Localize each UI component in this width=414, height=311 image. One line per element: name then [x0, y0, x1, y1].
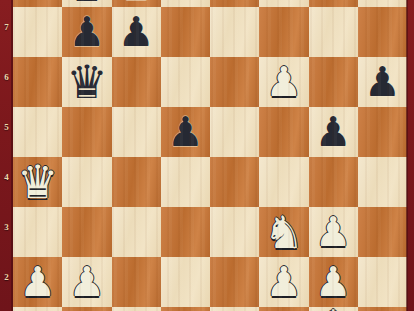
rank-label-3: 3 [1, 222, 12, 233]
square-d4 [161, 157, 210, 207]
square-d6 [161, 57, 210, 107]
frame-seam-right [406, 0, 408, 311]
square-b7: ♟ [62, 7, 111, 57]
square-c5 [112, 107, 161, 157]
black-pawn-c7: ♟ [112, 7, 161, 57]
square-h7 [358, 7, 407, 57]
square-g1: ♚ [309, 307, 358, 311]
square-c8: ♝ [112, 0, 161, 7]
square-d7 [161, 7, 210, 57]
chess-board: ♚♝♟♟♛♟♟♟♟♛♞♟♟♟♟♟♚ [13, 0, 407, 311]
square-d1 [161, 307, 210, 311]
square-b8: ♚ [62, 0, 111, 7]
square-f6: ♟ [259, 57, 308, 107]
black-pawn-g5: ♟ [309, 107, 358, 157]
black-queen-b6: ♛ [62, 57, 111, 107]
square-c6 [112, 57, 161, 107]
square-c2 [112, 257, 161, 307]
chess-diagram: ♚♝♟♟♛♟♟♟♟♛♞♟♟♟♟♟♚ 765432 [0, 0, 414, 311]
white-pawn-f2: ♟ [259, 257, 308, 307]
square-f1 [259, 307, 308, 311]
square-f7 [259, 7, 308, 57]
square-e8 [210, 0, 259, 7]
square-b1 [62, 307, 111, 311]
board-window: ♚♝♟♟♛♟♟♟♟♛♞♟♟♟♟♟♚ [13, 0, 407, 311]
square-h2 [358, 257, 407, 307]
square-a1 [13, 307, 62, 311]
white-pawn-b2: ♟ [62, 257, 111, 307]
white-pawn-a2: ♟ [13, 257, 62, 307]
black-pawn-d5: ♟ [161, 107, 210, 157]
square-a5 [13, 107, 62, 157]
square-b5 [62, 107, 111, 157]
square-f4 [259, 157, 308, 207]
square-a2: ♟ [13, 257, 62, 307]
white-queen-a4: ♛ [13, 157, 62, 207]
square-d2 [161, 257, 210, 307]
square-f8 [259, 0, 308, 7]
square-e1 [210, 307, 259, 311]
white-pawn-f6: ♟ [259, 57, 308, 107]
square-g4 [309, 157, 358, 207]
frame-seam-left [11, 0, 13, 311]
black-pawn-h6: ♟ [358, 57, 407, 107]
square-e5 [210, 107, 259, 157]
square-b3 [62, 207, 111, 257]
square-h4 [358, 157, 407, 207]
square-c3 [112, 207, 161, 257]
square-b2: ♟ [62, 257, 111, 307]
square-h3 [358, 207, 407, 257]
square-h5 [358, 107, 407, 157]
square-a7 [13, 7, 62, 57]
square-f2: ♟ [259, 257, 308, 307]
square-a6 [13, 57, 62, 107]
rank-label-4: 4 [1, 172, 12, 183]
square-h1 [358, 307, 407, 311]
square-g7 [309, 7, 358, 57]
square-f5 [259, 107, 308, 157]
rank-label-5: 5 [1, 122, 12, 133]
white-pawn-g3: ♟ [309, 207, 358, 257]
square-d8 [161, 0, 210, 7]
square-b6: ♛ [62, 57, 111, 107]
square-e6 [210, 57, 259, 107]
square-e7 [210, 7, 259, 57]
rank-label-2: 2 [1, 272, 12, 283]
rank-label-6: 6 [1, 72, 12, 83]
square-g5: ♟ [309, 107, 358, 157]
square-d3 [161, 207, 210, 257]
square-e3 [210, 207, 259, 257]
square-c4 [112, 157, 161, 207]
square-b4 [62, 157, 111, 207]
square-g3: ♟ [309, 207, 358, 257]
square-e2 [210, 257, 259, 307]
rank-label-7: 7 [1, 22, 12, 33]
square-a4: ♛ [13, 157, 62, 207]
square-h6: ♟ [358, 57, 407, 107]
square-a8 [13, 0, 62, 7]
square-f3: ♞ [259, 207, 308, 257]
white-king-g1: ♚ [309, 302, 358, 311]
square-h8 [358, 0, 407, 7]
square-a3 [13, 207, 62, 257]
square-g6 [309, 57, 358, 107]
square-c7: ♟ [112, 7, 161, 57]
square-g8 [309, 0, 358, 7]
square-c1 [112, 307, 161, 311]
black-pawn-b7: ♟ [62, 7, 111, 57]
white-knight-f3: ♞ [259, 207, 308, 257]
square-e4 [210, 157, 259, 207]
square-d5: ♟ [161, 107, 210, 157]
